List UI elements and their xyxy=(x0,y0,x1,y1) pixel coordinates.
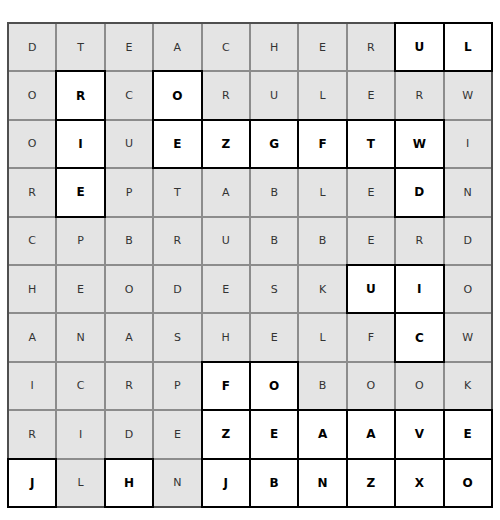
cell-r9c6[interactable]: E xyxy=(251,411,297,457)
cell-r4c7[interactable]: L xyxy=(299,169,345,215)
cell-r8c8[interactable]: O xyxy=(348,363,394,409)
cell-r1c8[interactable]: R xyxy=(348,24,394,70)
cell-r8c4[interactable]: P xyxy=(154,363,200,409)
cell-r3c8[interactable]: T xyxy=(348,121,394,167)
cell-r1c1[interactable]: D xyxy=(9,24,55,70)
cell-r8c1[interactable]: I xyxy=(9,363,55,409)
cell-r3c5[interactable]: Z xyxy=(203,121,249,167)
cell-r10c4[interactable]: N xyxy=(154,460,200,506)
cell-r7c2[interactable]: N xyxy=(57,314,103,360)
cell-r6c10[interactable]: O xyxy=(445,266,491,312)
cell-r8c9[interactable]: O xyxy=(396,363,442,409)
cell-r6c3[interactable]: O xyxy=(106,266,152,312)
cell-r6c4[interactable]: D xyxy=(154,266,200,312)
cell-r9c3[interactable]: D xyxy=(106,411,152,457)
cell-r8c3[interactable]: R xyxy=(106,363,152,409)
cell-r7c10[interactable]: W xyxy=(445,314,491,360)
cell-r3c6[interactable]: G xyxy=(251,121,297,167)
cell-r10c10[interactable]: O xyxy=(445,460,491,506)
cell-r4c9[interactable]: D xyxy=(396,169,442,215)
cell-r6c5[interactable]: E xyxy=(203,266,249,312)
cell-r5c5[interactable]: U xyxy=(203,218,249,264)
cell-r9c9[interactable]: V xyxy=(396,411,442,457)
word-search-page: DTEACHERULORCORULERWOIUEZGFTWIREPTABLEDN… xyxy=(0,0,500,520)
cell-r5c9[interactable]: R xyxy=(396,218,442,264)
cell-r7c9[interactable]: C xyxy=(396,314,442,360)
cell-r3c7[interactable]: F xyxy=(299,121,345,167)
cell-r4c2[interactable]: E xyxy=(57,169,103,215)
cell-r10c3[interactable]: H xyxy=(106,460,152,506)
cell-r4c4[interactable]: T xyxy=(154,169,200,215)
cell-r7c8[interactable]: F xyxy=(348,314,394,360)
cell-r7c1[interactable]: A xyxy=(9,314,55,360)
cell-r8c7[interactable]: B xyxy=(299,363,345,409)
cell-r7c4[interactable]: S xyxy=(154,314,200,360)
cell-r8c6[interactable]: O xyxy=(251,363,297,409)
cell-r9c1[interactable]: R xyxy=(9,411,55,457)
cell-r8c2[interactable]: C xyxy=(57,363,103,409)
cell-r10c6[interactable]: B xyxy=(251,460,297,506)
cell-r9c7[interactable]: A xyxy=(299,411,345,457)
cell-r6c6[interactable]: S xyxy=(251,266,297,312)
cell-r4c1[interactable]: R xyxy=(9,169,55,215)
cell-r2c5[interactable]: R xyxy=(203,72,249,118)
cell-r5c8[interactable]: E xyxy=(348,218,394,264)
cell-r5c2[interactable]: P xyxy=(57,218,103,264)
cell-r9c10[interactable]: E xyxy=(445,411,491,457)
cell-r9c2[interactable]: I xyxy=(57,411,103,457)
cell-r4c8[interactable]: E xyxy=(348,169,394,215)
cell-r6c1[interactable]: H xyxy=(9,266,55,312)
cell-r7c3[interactable]: A xyxy=(106,314,152,360)
cell-r3c2[interactable]: I xyxy=(57,121,103,167)
cell-r5c1[interactable]: C xyxy=(9,218,55,264)
cell-r7c5[interactable]: H xyxy=(203,314,249,360)
cell-r9c8[interactable]: A xyxy=(348,411,394,457)
cell-r2c9[interactable]: R xyxy=(396,72,442,118)
cell-r2c3[interactable]: C xyxy=(106,72,152,118)
cell-r9c4[interactable]: E xyxy=(154,411,200,457)
cell-r5c6[interactable]: B xyxy=(251,218,297,264)
cell-r6c8[interactable]: U xyxy=(348,266,394,312)
cell-r2c4[interactable]: O xyxy=(154,72,200,118)
cell-r1c10[interactable]: L xyxy=(445,24,491,70)
cell-r7c6[interactable]: E xyxy=(251,314,297,360)
cell-r8c5[interactable]: F xyxy=(203,363,249,409)
cell-r10c8[interactable]: Z xyxy=(348,460,394,506)
cell-r5c10[interactable]: D xyxy=(445,218,491,264)
cell-r10c7[interactable]: N xyxy=(299,460,345,506)
cell-r2c10[interactable]: W xyxy=(445,72,491,118)
cell-r10c5[interactable]: J xyxy=(203,460,249,506)
cell-r6c9[interactable]: I xyxy=(396,266,442,312)
cell-r4c6[interactable]: B xyxy=(251,169,297,215)
cell-r9c5[interactable]: Z xyxy=(203,411,249,457)
cell-r3c1[interactable]: O xyxy=(9,121,55,167)
cell-r2c6[interactable]: U xyxy=(251,72,297,118)
cell-r1c2[interactable]: T xyxy=(57,24,103,70)
cell-r10c2[interactable]: L xyxy=(57,460,103,506)
cell-r1c6[interactable]: H xyxy=(251,24,297,70)
cell-r10c1[interactable]: J xyxy=(9,460,55,506)
cell-r4c3[interactable]: P xyxy=(106,169,152,215)
cell-r4c5[interactable]: A xyxy=(203,169,249,215)
cell-r8c10[interactable]: K xyxy=(445,363,491,409)
cell-r3c3[interactable]: U xyxy=(106,121,152,167)
cell-r1c9[interactable]: U xyxy=(396,24,442,70)
cell-r3c10[interactable]: I xyxy=(445,121,491,167)
cell-r2c1[interactable]: O xyxy=(9,72,55,118)
cell-r4c10[interactable]: N xyxy=(445,169,491,215)
cell-r2c8[interactable]: E xyxy=(348,72,394,118)
cell-r1c4[interactable]: A xyxy=(154,24,200,70)
cell-r6c7[interactable]: K xyxy=(299,266,345,312)
word-search-board: DTEACHERULORCORULERWOIUEZGFTWIREPTABLEDN… xyxy=(7,22,493,508)
cell-r5c3[interactable]: B xyxy=(106,218,152,264)
cell-r2c7[interactable]: L xyxy=(299,72,345,118)
cell-r1c3[interactable]: E xyxy=(106,24,152,70)
cell-r3c4[interactable]: E xyxy=(154,121,200,167)
cell-r5c4[interactable]: R xyxy=(154,218,200,264)
cell-r5c7[interactable]: B xyxy=(299,218,345,264)
cell-r10c9[interactable]: X xyxy=(396,460,442,506)
cell-r2c2[interactable]: R xyxy=(57,72,103,118)
cell-r3c9[interactable]: W xyxy=(396,121,442,167)
cell-r1c7[interactable]: E xyxy=(299,24,345,70)
cell-r6c2[interactable]: E xyxy=(57,266,103,312)
cell-r1c5[interactable]: C xyxy=(203,24,249,70)
cell-r7c7[interactable]: L xyxy=(299,314,345,360)
